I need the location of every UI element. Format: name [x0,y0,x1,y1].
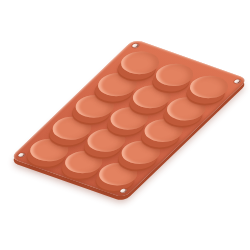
silicone-mold-plate [10,39,248,198]
corner-hole-icon [119,188,127,193]
corner-hole-icon [17,152,25,157]
product-photo [0,0,250,250]
mold-perspective-wrapper [10,39,248,198]
cavity-grid [23,48,235,190]
